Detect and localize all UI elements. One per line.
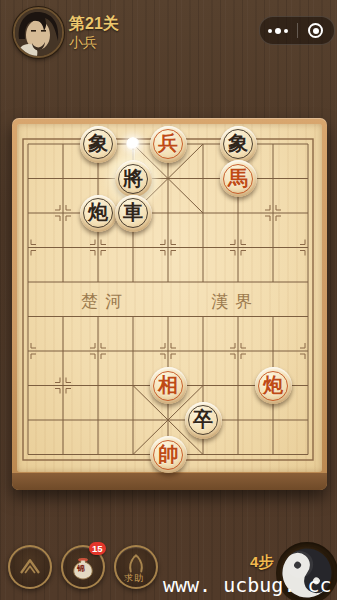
menu-button[interactable] [8, 545, 52, 589]
more-options-icon[interactable] [260, 17, 297, 44]
piece-black-chariot[interactable]: 車 [115, 195, 152, 232]
piece-red-horse[interactable]: 馬 [220, 160, 257, 197]
board-surface: 楚河漢界 [17, 124, 322, 472]
river-label-left: 楚河 [81, 292, 129, 311]
board-grid: 楚河漢界 [17, 124, 322, 472]
piece-red-cannon[interactable]: 炮 [255, 367, 292, 404]
level-title: 第21关 [69, 14, 119, 35]
piece-black-general[interactable]: 將 [115, 160, 152, 197]
piece-glyph: 帥 [158, 444, 178, 464]
hint-count-badge: 15 [89, 542, 106, 555]
piece-red-general[interactable]: 帥 [150, 436, 187, 473]
hint-bag-button[interactable]: 锦 15 [61, 545, 105, 589]
level-subtitle: 小兵 [69, 34, 97, 52]
bag-character: 锦 [77, 563, 85, 574]
piece-black-cannon[interactable]: 炮 [80, 195, 117, 232]
piece-black-elephant-left[interactable]: 象 [80, 126, 117, 163]
piece-glyph: 相 [158, 375, 178, 395]
avatar-portrait [15, 9, 62, 56]
piece-glyph: 象 [88, 133, 108, 153]
piece-black-soldier[interactable]: 卒 [185, 402, 222, 439]
river-label-right: 漢界 [211, 292, 259, 311]
last-move-from-marker [126, 137, 140, 151]
piece-glyph: 車 [123, 202, 143, 222]
steps-remaining-label: 4步 [250, 553, 273, 572]
piece-glyph: 炮 [263, 375, 283, 395]
watermark: www. ucbug. cc [163, 573, 332, 597]
minimize-icon[interactable] [298, 17, 335, 44]
piece-red-elephant[interactable]: 相 [150, 367, 187, 404]
miniprogram-capsule [259, 16, 335, 45]
piece-black-elephant-right[interactable]: 象 [220, 126, 257, 163]
board-bevel [12, 473, 327, 490]
piece-red-soldier[interactable]: 兵 [150, 126, 187, 163]
piece-glyph: 兵 [158, 133, 178, 153]
xiangqi-board[interactable]: 楚河漢界 象兵象將馬炮車相炮卒帥 [12, 118, 327, 490]
piece-glyph: 象 [228, 133, 248, 153]
ask-help-button[interactable]: 求助 [114, 545, 158, 589]
piece-glyph: 卒 [193, 409, 213, 429]
help-label: 求助 [124, 572, 144, 585]
mountain-chevron-icon [15, 552, 45, 582]
player-avatar[interactable] [13, 7, 64, 58]
piece-glyph: 炮 [88, 202, 108, 222]
piece-glyph: 將 [123, 168, 143, 188]
piece-glyph: 馬 [228, 168, 248, 188]
